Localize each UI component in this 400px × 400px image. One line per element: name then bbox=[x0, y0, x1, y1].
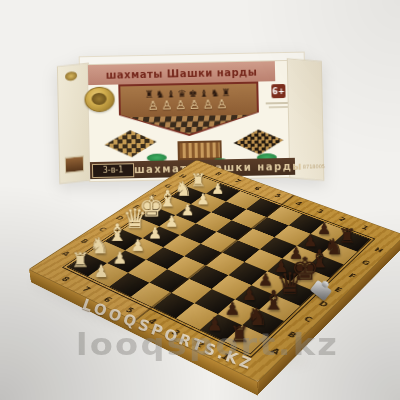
box-left-side-panel bbox=[57, 63, 91, 184]
black-pawn: ♟ bbox=[224, 300, 240, 318]
medal-logo-side bbox=[65, 71, 77, 81]
square-f7: ♟ bbox=[175, 204, 211, 223]
white-pawn: ♟ bbox=[112, 250, 127, 266]
white-pawn: ♟ bbox=[211, 182, 224, 197]
medal-logo bbox=[84, 87, 115, 113]
white-bishop: ♝ bbox=[106, 221, 127, 245]
white-pawn: ♟ bbox=[180, 203, 194, 218]
age-badge: 6+ bbox=[271, 84, 285, 98]
white-pawn: ♟ bbox=[130, 238, 144, 254]
side-panel-photo bbox=[65, 155, 84, 173]
white-pawn: ♟ bbox=[148, 226, 162, 242]
age-badge-text: 6+ bbox=[272, 87, 284, 96]
box-title-text: шахматы Шашки нарды bbox=[106, 66, 258, 80]
white-rook: ♜ bbox=[71, 250, 89, 271]
black-pawn: ♟ bbox=[241, 286, 257, 303]
fine-print-line bbox=[269, 106, 289, 108]
square-a7: ♟ bbox=[88, 263, 128, 286]
box-photo-light-pieces: ♙♙♙♙♙♙ bbox=[121, 98, 257, 113]
white-pawn: ♟ bbox=[196, 192, 209, 207]
medal-logo-core bbox=[91, 93, 106, 105]
white-pawn: ♟ bbox=[93, 263, 108, 280]
white-pawn: ♟ bbox=[164, 214, 178, 229]
white-knight: ♞ bbox=[89, 235, 109, 257]
photo-watermark: looqsport.kz bbox=[76, 327, 339, 362]
box-title-strip: шахматы Шашки нарды bbox=[88, 61, 275, 85]
